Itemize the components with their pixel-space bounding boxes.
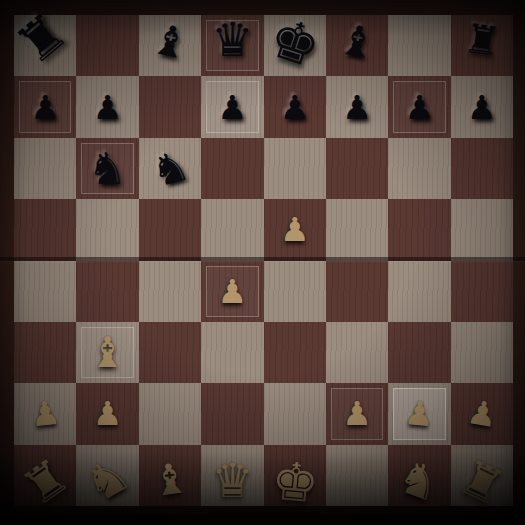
square-e4 [264,261,326,322]
square-c3 [139,322,201,383]
square-h2: ♟ [451,383,513,444]
square-d4: ♟ [201,261,263,322]
black-pawn-a7: ♟ [14,76,76,137]
square-h7: ♟ [451,76,513,137]
black-rook-h8: ♜ [447,5,517,74]
square-h8: ♜ [451,15,513,76]
square-b1: ♞ [76,445,138,506]
board-fold-seam [0,257,525,261]
square-e1: ♚ [264,445,326,506]
square-e8: ♚ [264,15,326,76]
white-bishop-c1: ♝ [135,445,205,514]
square-h4 [451,261,513,322]
square-h1: ♜ [451,445,513,506]
black-pawn-d7: ♟ [201,76,263,137]
square-g3 [388,322,450,383]
square-h6 [451,138,513,199]
square-a7: ♟ [14,76,76,137]
square-c1: ♝ [139,445,201,506]
square-f6 [326,138,388,199]
black-pawn-h7: ♟ [451,76,513,137]
white-queen-d1: ♛ [201,450,263,511]
square-c6: ♞ [139,138,201,199]
black-pawn-e7: ♟ [264,76,326,137]
black-bishop-f8: ♝ [321,6,393,77]
square-h5 [451,199,513,260]
square-d2 [201,383,263,444]
square-c4 [139,261,201,322]
square-c2 [139,383,201,444]
square-b7: ♟ [76,76,138,137]
square-b6: ♞ [76,138,138,199]
square-a8: ♜ [14,15,76,76]
square-f2: ♟ [326,383,388,444]
square-b3: ♝ [76,322,138,383]
black-pawn-f7: ♟ [326,76,388,137]
white-bishop-b3: ♝ [76,322,138,383]
board-photo: ♜♝♛♚♝♜♟♟♟♟♟♟♟♞♞♟♟♝♟♟♟♟♟♜♞♝♛♚♞♜ [0,0,525,525]
square-g6 [388,138,450,199]
square-e6 [264,138,326,199]
black-pawn-g7: ♟ [388,76,450,137]
square-c8: ♝ [139,15,201,76]
square-f3 [326,322,388,383]
square-a3 [14,322,76,383]
square-d6 [201,138,263,199]
square-c7 [139,76,201,137]
white-pawn-h2: ♟ [446,378,518,449]
board-frame: ♜♝♛♚♝♜♟♟♟♟♟♟♟♞♞♟♟♝♟♟♟♟♟♜♞♝♛♚♞♜ [0,0,525,514]
square-g5 [388,199,450,260]
square-g2: ♟ [388,383,450,444]
white-king-e1: ♚ [258,445,332,518]
square-e3 [264,322,326,383]
square-b5 [76,199,138,260]
square-d7: ♟ [201,76,263,137]
square-f4 [326,261,388,322]
square-f8: ♝ [326,15,388,76]
square-a6 [14,138,76,199]
square-d1: ♛ [201,445,263,506]
square-e2 [264,383,326,444]
square-d5 [201,199,263,260]
square-b4 [76,261,138,322]
black-knight-b6: ♞ [75,136,140,200]
black-bishop-c8: ♝ [133,5,207,78]
square-h3 [451,322,513,383]
black-pawn-b7: ♟ [76,76,138,137]
square-g4 [388,261,450,322]
white-pawn-d4: ♟ [201,261,263,322]
square-e5: ♟ [264,199,326,260]
square-d3 [201,322,263,383]
square-g8 [388,15,450,76]
square-f7: ♟ [326,76,388,137]
square-d8: ♛ [201,15,263,76]
white-pawn-f2: ♟ [326,383,388,444]
square-c5 [139,199,201,260]
white-pawn-g2: ♟ [386,381,453,448]
black-knight-c6: ♞ [132,131,208,206]
square-g7: ♟ [388,76,450,137]
square-e7: ♟ [264,76,326,137]
square-a5 [14,199,76,260]
square-b2: ♟ [76,383,138,444]
square-f5 [326,199,388,260]
square-a4 [14,261,76,322]
white-pawn-e5: ♟ [264,199,326,260]
white-pawn-b2: ♟ [76,383,138,444]
